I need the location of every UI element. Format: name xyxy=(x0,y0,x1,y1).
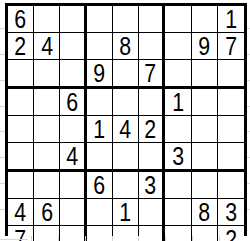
faint-gridline xyxy=(247,106,250,107)
given-digit: 1 xyxy=(172,89,184,115)
cell-r4c5[interactable] xyxy=(113,89,139,116)
cell-r1c5[interactable] xyxy=(113,6,139,33)
cell-r3c9[interactable] xyxy=(218,60,244,89)
cell-r2c2[interactable]: 4 xyxy=(34,33,60,60)
cell-r5c5[interactable]: 4 xyxy=(113,116,139,143)
cell-r3c8[interactable] xyxy=(192,60,218,89)
given-digit: 8 xyxy=(198,199,210,225)
cell-r7c2[interactable] xyxy=(34,172,60,199)
faint-gridline xyxy=(0,80,5,81)
given-digit: 1 xyxy=(225,6,237,32)
cell-r4c2[interactable] xyxy=(34,89,60,116)
faint-gridline xyxy=(192,236,193,241)
cell-r3c5[interactable] xyxy=(113,60,139,89)
given-digit: 2 xyxy=(15,33,27,59)
cell-r1c8[interactable] xyxy=(192,6,218,33)
given-digit: 6 xyxy=(93,172,105,198)
given-digit: 6 xyxy=(41,199,53,225)
given-digit: 1 xyxy=(120,199,132,225)
cell-r5c1[interactable] xyxy=(8,116,34,143)
cell-r3c1[interactable] xyxy=(8,60,34,89)
cell-r9c5[interactable] xyxy=(113,226,139,241)
cell-r9c9[interactable]: 2 xyxy=(218,226,244,241)
cell-r3c6[interactable]: 7 xyxy=(139,60,165,89)
faint-gridline xyxy=(247,183,250,184)
faint-gridline xyxy=(219,236,220,241)
cell-r7c6[interactable]: 3 xyxy=(139,172,165,199)
cell-r6c6[interactable] xyxy=(139,143,165,172)
cell-r4c8[interactable] xyxy=(192,89,218,116)
cell-r8c7[interactable] xyxy=(165,199,191,226)
cell-r8c4[interactable] xyxy=(87,199,113,226)
cell-r3c2[interactable] xyxy=(34,60,60,89)
sudoku-board: 6124897976114243634618372 xyxy=(5,3,247,236)
faint-gridline xyxy=(247,54,250,55)
cell-r2c6[interactable] xyxy=(139,33,165,60)
cell-r7c5[interactable] xyxy=(113,172,139,199)
given-digit: 3 xyxy=(225,199,237,225)
cell-r4c7[interactable]: 1 xyxy=(165,89,191,116)
cell-r8c9[interactable]: 3 xyxy=(218,199,244,226)
cell-r1c2[interactable] xyxy=(34,6,60,33)
faint-gridline xyxy=(138,236,139,241)
faint-gridline xyxy=(0,209,5,210)
given-digit: 7 xyxy=(225,33,237,59)
cell-r6c8[interactable] xyxy=(192,143,218,172)
cell-r5c2[interactable] xyxy=(34,116,60,143)
cell-r7c3[interactable] xyxy=(60,172,86,199)
cell-r9c2[interactable] xyxy=(34,226,60,241)
faint-gridline xyxy=(0,239,28,240)
given-digit: 3 xyxy=(145,172,157,198)
faint-gridline xyxy=(247,209,250,210)
cell-r7c1[interactable] xyxy=(8,172,34,199)
cell-r7c8[interactable] xyxy=(192,172,218,199)
cell-r7c9[interactable] xyxy=(218,172,244,199)
cell-r9c4[interactable] xyxy=(87,226,113,241)
cell-r7c4[interactable]: 6 xyxy=(87,172,113,199)
cell-r1c1[interactable]: 6 xyxy=(8,6,34,33)
faint-gridline xyxy=(58,236,59,241)
cell-r9c6[interactable] xyxy=(139,226,165,241)
cell-r4c3[interactable]: 6 xyxy=(60,89,86,116)
cell-r8c6[interactable] xyxy=(139,199,165,226)
cell-r2c1[interactable]: 2 xyxy=(8,33,34,60)
faint-gridline xyxy=(247,80,250,81)
given-digit: 6 xyxy=(15,6,27,32)
faint-gridline xyxy=(0,54,5,55)
faint-gridline xyxy=(165,236,166,241)
given-digit: 4 xyxy=(41,33,53,59)
faint-gridline xyxy=(31,236,32,241)
faint-gridline xyxy=(247,157,250,158)
cell-r2c5[interactable]: 8 xyxy=(113,33,139,60)
cell-r2c8[interactable]: 9 xyxy=(192,33,218,60)
cell-r5c4[interactable]: 1 xyxy=(87,116,113,143)
given-digit: 4 xyxy=(66,143,78,169)
cell-r1c3[interactable] xyxy=(60,6,86,33)
cell-r1c9[interactable]: 1 xyxy=(218,6,244,33)
cell-r2c7[interactable] xyxy=(165,33,191,60)
given-digit: 9 xyxy=(198,33,210,59)
cell-r5c6[interactable]: 2 xyxy=(139,116,165,143)
cell-r6c4[interactable] xyxy=(87,143,113,172)
faint-gridline xyxy=(0,157,5,158)
cell-r9c7[interactable] xyxy=(165,226,191,241)
cell-r3c4[interactable]: 9 xyxy=(87,60,113,89)
cell-r8c2[interactable]: 6 xyxy=(34,199,60,226)
given-digit: 2 xyxy=(225,226,237,241)
given-digit: 1 xyxy=(93,116,105,142)
cell-r6c1[interactable] xyxy=(8,143,34,172)
cell-r8c5[interactable]: 1 xyxy=(113,199,139,226)
cell-r6c5[interactable] xyxy=(113,143,139,172)
cell-r4c9[interactable] xyxy=(218,89,244,116)
cell-r6c2[interactable] xyxy=(34,143,60,172)
faint-gridline xyxy=(247,131,250,132)
faint-gridline xyxy=(0,183,5,184)
cell-r2c3[interactable] xyxy=(60,33,86,60)
cell-r5c8[interactable] xyxy=(192,116,218,143)
given-digit: 2 xyxy=(145,116,157,142)
cell-r9c3[interactable] xyxy=(60,226,86,241)
cell-r4c4[interactable] xyxy=(87,89,113,116)
faint-gridline xyxy=(0,106,5,107)
given-digit: 4 xyxy=(15,199,27,225)
given-digit: 3 xyxy=(172,143,184,169)
faint-gridline xyxy=(0,28,5,29)
given-digit: 6 xyxy=(66,89,78,115)
cell-r1c4[interactable] xyxy=(87,6,113,33)
cell-r1c7[interactable] xyxy=(165,6,191,33)
cell-r8c3[interactable] xyxy=(60,199,86,226)
cell-r6c3[interactable]: 4 xyxy=(60,143,86,172)
cell-r8c8[interactable]: 8 xyxy=(192,199,218,226)
given-digit: 9 xyxy=(93,60,105,86)
cell-r5c9[interactable] xyxy=(218,116,244,143)
given-digit: 7 xyxy=(145,60,157,86)
cell-r6c9[interactable] xyxy=(218,143,244,172)
faint-gridline xyxy=(112,236,113,241)
cell-r5c3[interactable] xyxy=(60,116,86,143)
cell-r4c6[interactable] xyxy=(139,89,165,116)
cell-r6c7[interactable]: 3 xyxy=(165,143,191,172)
cell-r3c3[interactable] xyxy=(60,60,86,89)
cell-r9c8[interactable] xyxy=(192,226,218,241)
cell-r7c7[interactable] xyxy=(165,172,191,199)
cell-r4c1[interactable] xyxy=(8,89,34,116)
faint-gridline xyxy=(85,236,86,241)
cell-r2c9[interactable]: 7 xyxy=(218,33,244,60)
cell-r2c4[interactable] xyxy=(87,33,113,60)
cell-r5c7[interactable] xyxy=(165,116,191,143)
cell-r1c6[interactable] xyxy=(139,6,165,33)
given-digit: 8 xyxy=(120,33,132,59)
faint-gridline xyxy=(0,131,5,132)
given-digit: 4 xyxy=(120,116,132,142)
cell-r8c1[interactable]: 4 xyxy=(8,199,34,226)
faint-gridline xyxy=(247,28,250,29)
cell-r3c7[interactable] xyxy=(165,60,191,89)
